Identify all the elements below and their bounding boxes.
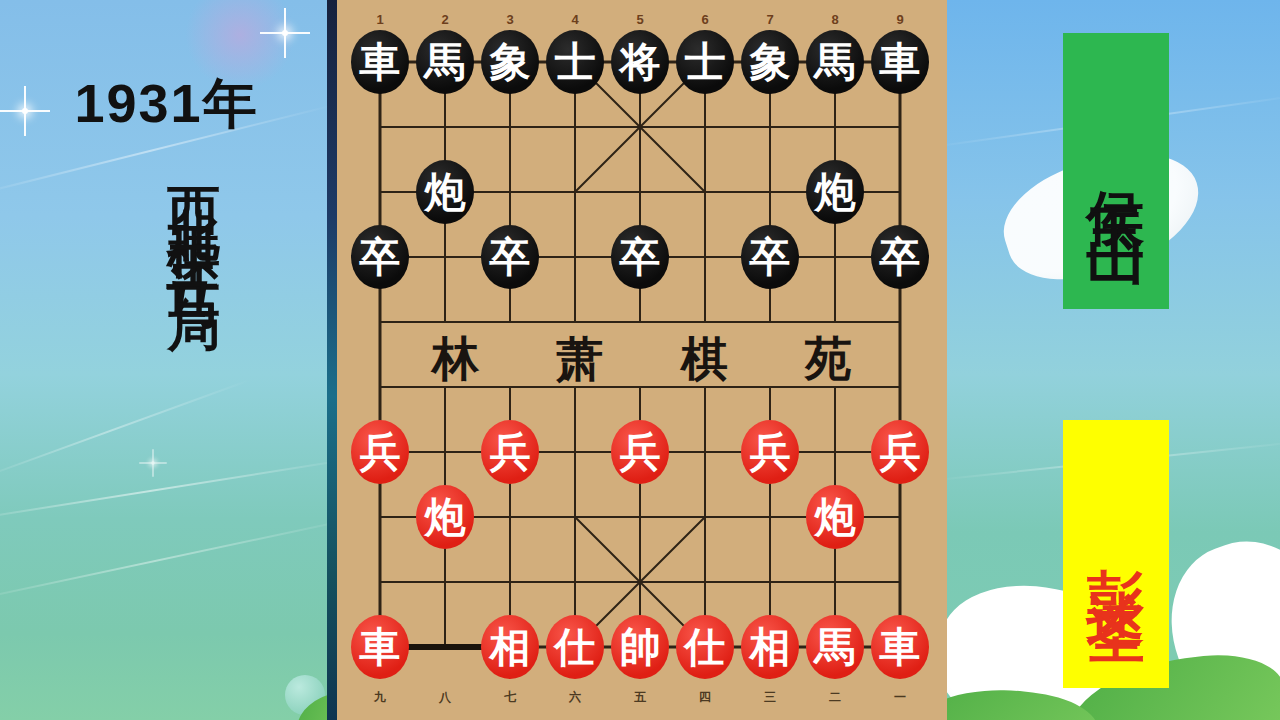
piece-red-chariot[interactable]: 車 <box>871 615 929 679</box>
piece-black-soldier[interactable]: 卒 <box>481 225 539 289</box>
file-label-bottom: 五 <box>625 689 655 706</box>
piece-red-soldier[interactable]: 兵 <box>351 420 409 484</box>
piece-black-horse[interactable]: 馬 <box>806 30 864 94</box>
piece-black-soldier[interactable]: 卒 <box>741 225 799 289</box>
red-player-name: 彭述圣 <box>1087 521 1145 587</box>
river-char: 林 <box>432 328 479 391</box>
file-label-top: 2 <box>430 12 460 27</box>
piece-red-advisor[interactable]: 仕 <box>676 615 734 679</box>
file-label-top: 4 <box>560 12 590 27</box>
sparkle-icon <box>151 461 154 464</box>
piece-red-soldier[interactable]: 兵 <box>741 420 799 484</box>
xiangqi-board: 123456789 林 萧 棋 苑 九八七六五四三二一 車馬象士将士象馬車炮炮卒… <box>327 0 947 720</box>
piece-red-elephant[interactable]: 相 <box>481 615 539 679</box>
piece-red-horse[interactable]: 馬 <box>806 615 864 679</box>
piece-red-cannon[interactable]: 炮 <box>416 485 474 549</box>
piece-red-elephant[interactable]: 相 <box>741 615 799 679</box>
file-label-bottom: 六 <box>560 689 590 706</box>
event-title: 西北棋王让马局 <box>158 146 230 712</box>
file-label-bottom: 二 <box>820 689 850 706</box>
river-char: 苑 <box>805 328 852 391</box>
file-label-bottom: 七 <box>495 689 525 706</box>
piece-red-advisor[interactable]: 仕 <box>546 615 604 679</box>
file-label-top: 5 <box>625 12 655 27</box>
piece-black-soldier[interactable]: 卒 <box>611 225 669 289</box>
river-char: 萧 <box>556 328 603 391</box>
piece-black-elephant[interactable]: 象 <box>741 30 799 94</box>
black-player-name: 侯玉山 <box>1087 144 1145 198</box>
file-label-top: 6 <box>690 12 720 27</box>
black-player-box: 侯玉山 <box>1063 33 1169 309</box>
piece-black-horse[interactable]: 馬 <box>416 30 474 94</box>
piece-red-soldier[interactable]: 兵 <box>611 420 669 484</box>
piece-red-soldier[interactable]: 兵 <box>481 420 539 484</box>
file-label-top: 9 <box>885 12 915 27</box>
board-left-edge <box>327 0 337 720</box>
piece-black-advisor[interactable]: 士 <box>546 30 604 94</box>
piece-black-soldier[interactable]: 卒 <box>351 225 409 289</box>
file-label-bottom: 三 <box>755 689 785 706</box>
board-surface: 123456789 林 萧 棋 苑 九八七六五四三二一 車馬象士将士象馬車炮炮卒… <box>337 0 947 720</box>
piece-black-advisor[interactable]: 士 <box>676 30 734 94</box>
river-char: 棋 <box>681 328 728 391</box>
river-text: 林 萧 棋 苑 <box>432 328 852 391</box>
file-label-top: 8 <box>820 12 850 27</box>
piece-black-cannon[interactable]: 炮 <box>806 160 864 224</box>
file-label-top: 7 <box>755 12 785 27</box>
piece-black-soldier[interactable]: 卒 <box>871 225 929 289</box>
piece-red-soldier[interactable]: 兵 <box>871 420 929 484</box>
left-background-panel: 1931年 西北棋王让马局 <box>0 0 333 720</box>
piece-black-cannon[interactable]: 炮 <box>416 160 474 224</box>
piece-black-chariot[interactable]: 車 <box>871 30 929 94</box>
red-player-box: 彭述圣 <box>1063 420 1169 688</box>
piece-black-elephant[interactable]: 象 <box>481 30 539 94</box>
file-label-bottom: 四 <box>690 689 720 706</box>
file-label-top: 3 <box>495 12 525 27</box>
file-label-top: 1 <box>365 12 395 27</box>
piece-red-general[interactable]: 帥 <box>611 615 669 679</box>
piece-black-general[interactable]: 将 <box>611 30 669 94</box>
file-label-bottom: 一 <box>885 689 915 706</box>
sparkle-icon <box>282 30 288 36</box>
file-label-bottom: 九 <box>365 689 395 706</box>
year-title: 1931年 <box>0 68 333 141</box>
file-label-bottom: 八 <box>430 689 460 706</box>
piece-black-chariot[interactable]: 車 <box>351 30 409 94</box>
piece-red-chariot[interactable]: 車 <box>351 615 409 679</box>
piece-red-cannon[interactable]: 炮 <box>806 485 864 549</box>
